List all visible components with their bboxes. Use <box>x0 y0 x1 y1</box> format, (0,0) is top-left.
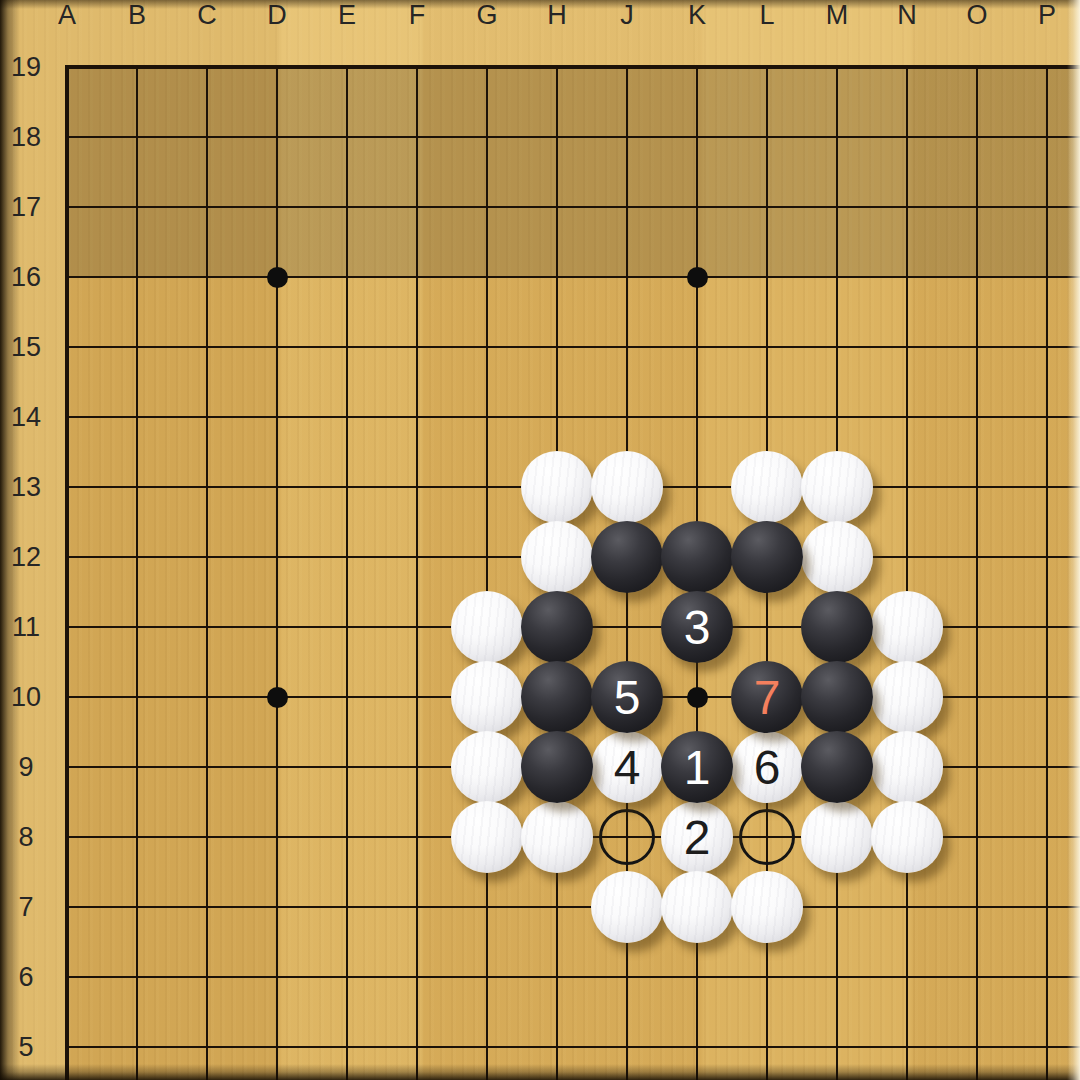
black-stone-M11[interactable] <box>801 591 873 663</box>
white-stone-L13[interactable] <box>731 451 803 523</box>
move-number-2: 2 <box>684 814 711 862</box>
white-stone-J13[interactable] <box>591 451 663 523</box>
white-stone-G11[interactable] <box>451 591 523 663</box>
grid-line-horizontal-19 <box>65 65 1080 69</box>
grid-line-vertical-B <box>136 65 138 1080</box>
column-label-D: D <box>247 0 307 31</box>
row-label-17: 17 <box>3 192 49 222</box>
star-point-D16 <box>267 267 288 288</box>
column-label-E: E <box>317 0 377 31</box>
move-number-1: 1 <box>684 744 711 792</box>
row-label-15: 15 <box>3 332 49 362</box>
grid-line-horizontal-5 <box>65 1046 1080 1048</box>
white-stone-K7[interactable] <box>661 871 733 943</box>
white-stone-H13[interactable] <box>521 451 593 523</box>
black-stone-L10[interactable]: 7 <box>731 661 803 733</box>
white-stone-N10[interactable] <box>871 661 943 733</box>
column-label-O: O <box>947 0 1007 31</box>
grid-line-horizontal-16 <box>65 276 1080 278</box>
black-stone-L12[interactable] <box>731 521 803 593</box>
column-label-L: L <box>737 0 797 31</box>
column-label-M: M <box>807 0 867 31</box>
white-stone-N8[interactable] <box>871 801 943 873</box>
move-number-6: 6 <box>754 744 781 792</box>
black-stone-H11[interactable] <box>521 591 593 663</box>
star-point-K16 <box>687 267 708 288</box>
white-stone-M8[interactable] <box>801 801 873 873</box>
move-number-3: 3 <box>684 604 711 652</box>
column-label-A: A <box>37 0 97 31</box>
black-stone-J10[interactable]: 5 <box>591 661 663 733</box>
grid-line-horizontal-7 <box>65 906 1080 908</box>
star-point-D10 <box>267 687 288 708</box>
white-stone-H12[interactable] <box>521 521 593 593</box>
white-stone-J7[interactable] <box>591 871 663 943</box>
go-board[interactable]: 4623571ABCDEFGHJKLMNOP191817161514131211… <box>0 0 1080 1080</box>
white-stone-N11[interactable] <box>871 591 943 663</box>
move-number-4: 4 <box>614 744 641 792</box>
black-stone-K11[interactable]: 3 <box>661 591 733 663</box>
row-label-18: 18 <box>3 122 49 152</box>
move-number-5: 5 <box>614 674 641 722</box>
black-stone-H9[interactable] <box>521 731 593 803</box>
top-shade-overlay <box>67 67 1080 277</box>
white-stone-K8[interactable]: 2 <box>661 801 733 873</box>
black-stone-J12[interactable] <box>591 521 663 593</box>
column-label-N: N <box>877 0 937 31</box>
grid-line-horizontal-6 <box>65 976 1080 978</box>
row-label-19: 19 <box>3 52 49 82</box>
white-stone-G10[interactable] <box>451 661 523 733</box>
white-stone-L7[interactable] <box>731 871 803 943</box>
empty-point-circle-marker-J8[interactable] <box>599 809 655 865</box>
row-label-8: 8 <box>3 822 49 852</box>
grid-line-horizontal-18 <box>65 136 1080 138</box>
grid-line-vertical-C <box>206 65 208 1080</box>
row-label-14: 14 <box>3 402 49 432</box>
column-label-C: C <box>177 0 237 31</box>
row-label-10: 10 <box>3 682 49 712</box>
row-label-5: 5 <box>3 1032 49 1062</box>
black-stone-H10[interactable] <box>521 661 593 733</box>
grid-line-vertical-G <box>486 65 488 1080</box>
empty-point-circle-marker-L8[interactable] <box>739 809 795 865</box>
grid-line-vertical-A <box>65 65 69 1080</box>
row-label-11: 11 <box>3 612 49 642</box>
white-stone-G9[interactable] <box>451 731 523 803</box>
column-label-K: K <box>667 0 727 31</box>
white-stone-N9[interactable] <box>871 731 943 803</box>
column-label-F: F <box>387 0 447 31</box>
grid-line-vertical-O <box>976 65 978 1080</box>
column-label-B: B <box>107 0 167 31</box>
white-stone-L9[interactable]: 6 <box>731 731 803 803</box>
grid-line-horizontal-17 <box>65 206 1080 208</box>
grid-line-vertical-E <box>346 65 348 1080</box>
move-number-7: 7 <box>754 674 781 722</box>
grid-line-horizontal-14 <box>65 416 1080 418</box>
row-label-12: 12 <box>3 542 49 572</box>
white-stone-H8[interactable] <box>521 801 593 873</box>
white-stone-G8[interactable] <box>451 801 523 873</box>
row-label-16: 16 <box>3 262 49 292</box>
grid-line-vertical-D <box>276 65 278 1080</box>
white-stone-M13[interactable] <box>801 451 873 523</box>
white-stone-J9[interactable]: 4 <box>591 731 663 803</box>
row-label-13: 13 <box>3 472 49 502</box>
grid-line-vertical-F <box>416 65 418 1080</box>
row-label-7: 7 <box>3 892 49 922</box>
column-label-G: G <box>457 0 517 31</box>
grid-line-vertical-P <box>1046 65 1048 1080</box>
grid-line-horizontal-15 <box>65 346 1080 348</box>
row-label-9: 9 <box>3 752 49 782</box>
black-stone-M10[interactable] <box>801 661 873 733</box>
grid-line-vertical-N <box>906 65 908 1080</box>
column-label-J: J <box>597 0 657 31</box>
black-stone-M9[interactable] <box>801 731 873 803</box>
black-stone-K12[interactable] <box>661 521 733 593</box>
row-label-6: 6 <box>3 962 49 992</box>
black-stone-K9[interactable]: 1 <box>661 731 733 803</box>
column-label-P: P <box>1017 0 1077 31</box>
column-label-H: H <box>527 0 587 31</box>
white-stone-M12[interactable] <box>801 521 873 593</box>
star-point-K10 <box>687 687 708 708</box>
